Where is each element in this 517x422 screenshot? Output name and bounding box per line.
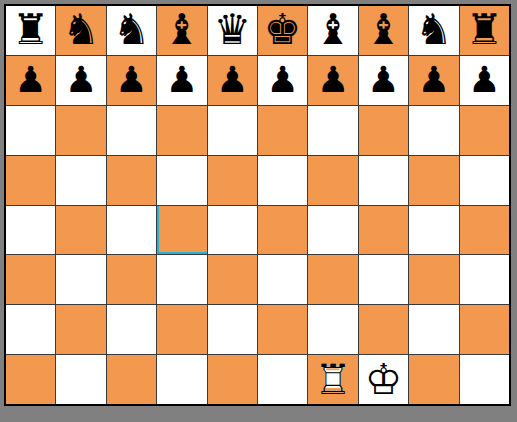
- square-i7[interactable]: ♟: [409, 56, 458, 105]
- square-g5[interactable]: [308, 156, 357, 205]
- square-d5[interactable]: [157, 156, 206, 205]
- square-a7[interactable]: ♟: [6, 56, 55, 105]
- black-pawn: ♟: [115, 62, 147, 98]
- square-e4[interactable]: [208, 206, 257, 255]
- square-d1[interactable]: [157, 355, 206, 404]
- black-rook: ♜: [465, 9, 503, 51]
- square-i6[interactable]: [409, 106, 458, 155]
- black-rook: ♜: [12, 9, 50, 51]
- square-e7[interactable]: ♟: [208, 56, 257, 105]
- square-f5[interactable]: [258, 156, 307, 205]
- square-c6[interactable]: [107, 106, 156, 155]
- square-e3[interactable]: [208, 255, 257, 304]
- square-d6[interactable]: [157, 106, 206, 155]
- square-d8[interactable]: ♝: [157, 6, 206, 55]
- square-e5[interactable]: [208, 156, 257, 205]
- square-a1[interactable]: [6, 355, 55, 404]
- square-c8[interactable]: ♞: [107, 6, 156, 55]
- square-j5[interactable]: [460, 156, 509, 205]
- square-f3[interactable]: [258, 255, 307, 304]
- square-a8[interactable]: ♜: [6, 6, 55, 55]
- square-g7[interactable]: ♟: [308, 56, 357, 105]
- square-c5[interactable]: [107, 156, 156, 205]
- square-i1[interactable]: [409, 355, 458, 404]
- square-b3[interactable]: [56, 255, 105, 304]
- black-pawn: ♟: [418, 62, 450, 98]
- black-pawn: ♟: [468, 62, 500, 98]
- black-pawn: ♟: [166, 62, 198, 98]
- square-b4[interactable]: [56, 206, 105, 255]
- square-j1[interactable]: [460, 355, 509, 404]
- black-knight: ♞: [62, 9, 100, 51]
- chess-board: ♜♞♞♝♛♚♝♝♞♜♟♟♟♟♟♟♟♟♟♟♜♖♚♔: [6, 6, 509, 404]
- square-e2[interactable]: [208, 305, 257, 354]
- square-d4[interactable]: [157, 206, 206, 255]
- black-queen: ♛: [213, 9, 251, 51]
- black-pawn: ♟: [15, 62, 47, 98]
- square-d2[interactable]: [157, 305, 206, 354]
- black-pawn: ♟: [267, 62, 299, 98]
- square-i5[interactable]: [409, 156, 458, 205]
- black-pawn: ♟: [65, 62, 97, 98]
- square-h8[interactable]: ♝: [359, 6, 408, 55]
- square-a4[interactable]: [6, 206, 55, 255]
- square-a2[interactable]: [6, 305, 55, 354]
- black-pawn: ♟: [367, 62, 399, 98]
- square-e6[interactable]: [208, 106, 257, 155]
- black-pawn: ♟: [317, 62, 349, 98]
- square-a5[interactable]: [6, 156, 55, 205]
- square-c4[interactable]: [107, 206, 156, 255]
- square-g6[interactable]: [308, 106, 357, 155]
- square-b1[interactable]: [56, 355, 105, 404]
- white-king: ♚♔: [365, 359, 403, 401]
- square-i3[interactable]: [409, 255, 458, 304]
- square-d7[interactable]: ♟: [157, 56, 206, 105]
- square-f2[interactable]: [258, 305, 307, 354]
- square-b2[interactable]: [56, 305, 105, 354]
- square-h4[interactable]: [359, 206, 408, 255]
- square-h1[interactable]: ♚♔: [359, 355, 408, 404]
- black-knight: ♞: [415, 9, 453, 51]
- black-pawn: ♟: [216, 62, 248, 98]
- square-j8[interactable]: ♜: [460, 6, 509, 55]
- square-b6[interactable]: [56, 106, 105, 155]
- square-a3[interactable]: [6, 255, 55, 304]
- square-b8[interactable]: ♞: [56, 6, 105, 55]
- square-f8[interactable]: ♚: [258, 6, 307, 55]
- square-g3[interactable]: [308, 255, 357, 304]
- square-j4[interactable]: [460, 206, 509, 255]
- square-b7[interactable]: ♟: [56, 56, 105, 105]
- square-b5[interactable]: [56, 156, 105, 205]
- square-i2[interactable]: [409, 305, 458, 354]
- square-h2[interactable]: [359, 305, 408, 354]
- square-h7[interactable]: ♟: [359, 56, 408, 105]
- square-h3[interactable]: [359, 255, 408, 304]
- square-c7[interactable]: ♟: [107, 56, 156, 105]
- square-c2[interactable]: [107, 305, 156, 354]
- square-e1[interactable]: [208, 355, 257, 404]
- square-j3[interactable]: [460, 255, 509, 304]
- square-g8[interactable]: ♝: [308, 6, 357, 55]
- square-j6[interactable]: [460, 106, 509, 155]
- white-rook: ♜♖: [314, 359, 352, 401]
- square-a6[interactable]: [6, 106, 55, 155]
- black-king: ♚: [264, 9, 302, 51]
- black-bishop: ♝: [314, 9, 352, 51]
- square-j7[interactable]: ♟: [460, 56, 509, 105]
- square-g1[interactable]: ♜♖: [308, 355, 357, 404]
- square-j2[interactable]: [460, 305, 509, 354]
- square-i8[interactable]: ♞: [409, 6, 458, 55]
- square-f4[interactable]: [258, 206, 307, 255]
- black-bishop: ♝: [163, 9, 201, 51]
- square-e8[interactable]: ♛: [208, 6, 257, 55]
- chess-board-frame: ♜♞♞♝♛♚♝♝♞♜♟♟♟♟♟♟♟♟♟♟♜♖♚♔: [4, 4, 511, 406]
- square-f6[interactable]: [258, 106, 307, 155]
- black-knight: ♞: [113, 9, 151, 51]
- square-c3[interactable]: [107, 255, 156, 304]
- black-bishop: ♝: [365, 9, 403, 51]
- square-c1[interactable]: [107, 355, 156, 404]
- square-f1[interactable]: [258, 355, 307, 404]
- square-f7[interactable]: ♟: [258, 56, 307, 105]
- square-i4[interactable]: [409, 206, 458, 255]
- square-g4[interactable]: [308, 206, 357, 255]
- square-h6[interactable]: [359, 106, 408, 155]
- square-h5[interactable]: [359, 156, 408, 205]
- square-d3[interactable]: [157, 255, 206, 304]
- square-g2[interactable]: [308, 305, 357, 354]
